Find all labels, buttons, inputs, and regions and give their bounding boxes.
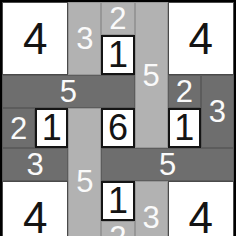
cell-light-2-col4-row1: 2 [101,2,134,35]
cell-dark-2-col6-row3: 2 [168,75,201,108]
piece-label: 5 [76,166,93,197]
piece-label: 3 [209,96,226,127]
cell-white-1-col2-row4: 1 [35,108,68,148]
piece-label: 1 [108,183,128,219]
block-white-4-bottom-left: 4 [2,181,68,236]
piece-label: 5 [60,76,77,107]
piece-label: 4 [23,17,47,61]
piece-label: 4 [23,196,47,237]
piece-label: 4 [189,17,213,61]
bar-dark-5-row5: 5 [101,148,234,181]
bar-dark-5-row3: 5 [2,75,135,108]
piece-label: 4 [189,196,213,237]
piece-label: 2 [176,76,193,107]
bar-light-5-col5-top: 5 [135,2,168,148]
bar-dark-3-col7: 3 [201,75,234,148]
piece-label: 6 [108,110,128,146]
bar-light-5-col3-bottom: 5 [68,108,101,236]
cell-dark-2-col1-row4: 2 [2,108,35,148]
piece-label: 3 [143,202,160,233]
block-white-4-bottom-right: 4 [168,181,234,236]
piece-label: 5 [143,60,160,91]
cell-white-1-col6-row4: 1 [168,108,201,148]
bar-dark-3-row5: 3 [2,148,68,181]
piece-label: 5 [159,149,176,180]
board: 432154523215613541324 [0,0,236,236]
cell-white-6-col4-row4: 6 [101,108,134,148]
piece-label: 3 [27,149,44,180]
piece-label: 3 [76,23,93,54]
bar-light-3-col3-top: 3 [68,2,101,75]
piece-label: 1 [108,37,128,73]
cell-light-2-col4-row7: 2 [101,221,134,236]
cell-white-1-col4-row2: 1 [101,35,134,75]
block-white-4-top-left: 4 [2,2,68,75]
cell-white-1-col4-row6: 1 [101,181,134,221]
bar-light-3-col5-bottom: 3 [135,181,168,236]
piece-label: 2 [10,113,27,144]
piece-label: 2 [109,222,126,236]
block-white-4-top-right: 4 [168,2,234,75]
piece-label: 1 [42,110,62,146]
piece-label: 1 [174,110,194,146]
piece-label: 2 [109,3,126,34]
